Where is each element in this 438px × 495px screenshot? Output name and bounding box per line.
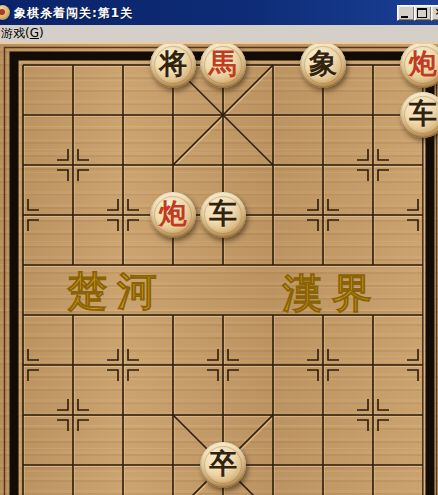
piece-black-general[interactable]: 将	[150, 42, 196, 88]
maximize-button[interactable]	[414, 5, 432, 21]
xiangqi-board[interactable]: 楚河 漢界 将馬象炮车炮车卒	[0, 42, 438, 495]
app-icon[interactable]	[0, 5, 10, 20]
piece-glyph: 馬	[209, 50, 237, 78]
piece-glyph: 炮	[409, 50, 437, 78]
piece-black-elephant[interactable]: 象	[300, 42, 346, 88]
piece-grid: 将馬象炮车炮车卒	[0, 42, 438, 495]
piece-glyph: 车	[409, 100, 437, 128]
piece-glyph: 卒	[209, 450, 237, 478]
piece-black-chariot[interactable]: 车	[200, 192, 246, 238]
app-window: 象棋杀着闯关:第1关 × 游戏(G)	[0, 0, 438, 495]
piece-glyph: 将	[159, 50, 187, 78]
piece-red-cannon[interactable]: 炮	[400, 42, 438, 88]
close-button[interactable]: ×	[431, 5, 438, 21]
menu-item-game[interactable]: 游戏(G)	[0, 24, 50, 43]
menu-bar: 游戏(G)	[0, 25, 438, 42]
minimize-button[interactable]	[397, 5, 415, 21]
title-bar[interactable]: 象棋杀着闯关:第1关 ×	[0, 0, 438, 25]
piece-black-soldier[interactable]: 卒	[200, 442, 246, 488]
window-title: 象棋杀着闯关:第1关	[14, 5, 133, 22]
piece-black-chariot[interactable]: 车	[400, 92, 438, 138]
piece-red-horse[interactable]: 馬	[200, 42, 246, 88]
minimize-icon	[401, 16, 408, 18]
piece-glyph: 炮	[159, 200, 187, 228]
piece-glyph: 象	[309, 50, 337, 78]
piece-glyph: 车	[209, 200, 237, 228]
piece-red-cannon[interactable]: 炮	[150, 192, 196, 238]
close-icon: ×	[432, 5, 438, 19]
maximize-icon	[417, 8, 427, 18]
